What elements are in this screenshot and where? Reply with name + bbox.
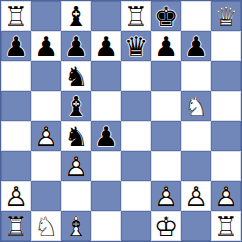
square-d6[interactable] xyxy=(91,61,121,91)
square-d5[interactable] xyxy=(91,91,121,121)
square-d1[interactable] xyxy=(91,211,121,241)
square-g2[interactable]: ♟♙ xyxy=(181,181,211,211)
square-a6[interactable] xyxy=(1,61,31,91)
piece-black-king[interactable]: ♚ xyxy=(151,1,181,31)
square-g5[interactable]: ♞♘ xyxy=(181,91,211,121)
square-a5[interactable] xyxy=(1,91,31,121)
square-c7[interactable]: ♟ xyxy=(61,31,91,61)
piece-black-knight[interactable]: ♞ xyxy=(61,61,91,91)
piece-black-pawn[interactable]: ♟ xyxy=(61,31,91,61)
square-h8[interactable]: ♛♕ xyxy=(211,1,241,31)
square-h2[interactable]: ♟♙ xyxy=(211,181,241,211)
piece-white-pawn[interactable]: ♟♙ xyxy=(181,181,211,211)
square-g4[interactable] xyxy=(181,121,211,151)
square-h7[interactable] xyxy=(211,31,241,61)
piece-white-queen[interactable]: ♛♕ xyxy=(211,1,241,31)
square-h4[interactable] xyxy=(211,121,241,151)
square-f7[interactable]: ♟ xyxy=(151,31,181,61)
square-f2[interactable]: ♟♙ xyxy=(151,181,181,211)
piece-black-pawn[interactable]: ♟ xyxy=(151,31,181,61)
square-h6[interactable] xyxy=(211,61,241,91)
square-c2[interactable] xyxy=(61,181,91,211)
square-d3[interactable] xyxy=(91,151,121,181)
piece-white-knight-outline: ♘ xyxy=(31,211,61,241)
square-f3[interactable] xyxy=(151,151,181,181)
square-d2[interactable] xyxy=(91,181,121,211)
piece-white-pawn[interactable]: ♟♙ xyxy=(31,121,61,151)
square-c6[interactable]: ♞ xyxy=(61,61,91,91)
piece-black-pawn[interactable]: ♟ xyxy=(181,31,211,61)
piece-white-pawn[interactable]: ♟♙ xyxy=(151,181,181,211)
piece-white-knight[interactable]: ♞♘ xyxy=(31,211,61,241)
piece-white-king-outline: ♔ xyxy=(151,211,181,241)
piece-black-pawn[interactable]: ♟ xyxy=(31,31,61,61)
square-e7[interactable]: ♛ xyxy=(121,31,151,61)
piece-black-knight[interactable]: ♞ xyxy=(61,121,91,151)
square-c8[interactable]: ♝ xyxy=(61,1,91,31)
piece-white-pawn-outline: ♙ xyxy=(181,181,211,211)
piece-white-pawn[interactable]: ♟♙ xyxy=(61,151,91,181)
piece-white-rook-outline: ♖ xyxy=(121,1,151,31)
piece-black-bishop[interactable]: ♝ xyxy=(61,1,91,31)
piece-white-rook[interactable]: ♜♖ xyxy=(211,211,241,241)
piece-white-knight-outline: ♘ xyxy=(181,91,211,121)
piece-black-bishop[interactable]: ♝ xyxy=(61,91,91,121)
piece-white-rook-outline: ♖ xyxy=(1,1,31,31)
piece-black-pawn[interactable]: ♟ xyxy=(1,31,31,61)
square-f5[interactable] xyxy=(151,91,181,121)
piece-black-pawn[interactable]: ♟ xyxy=(91,31,121,61)
square-a3[interactable] xyxy=(1,151,31,181)
square-b8[interactable] xyxy=(31,1,61,31)
square-c4[interactable]: ♞ xyxy=(61,121,91,151)
piece-white-rook-outline: ♖ xyxy=(1,211,31,241)
square-g6[interactable] xyxy=(181,61,211,91)
square-e1[interactable] xyxy=(121,211,151,241)
square-d8[interactable] xyxy=(91,1,121,31)
square-b7[interactable]: ♟ xyxy=(31,31,61,61)
square-a4[interactable] xyxy=(1,121,31,151)
square-b5[interactable] xyxy=(31,91,61,121)
square-f8[interactable]: ♚ xyxy=(151,1,181,31)
square-b2[interactable] xyxy=(31,181,61,211)
square-b4[interactable]: ♟♙ xyxy=(31,121,61,151)
square-d7[interactable]: ♟ xyxy=(91,31,121,61)
piece-black-queen[interactable]: ♛ xyxy=(121,31,151,61)
square-e6[interactable] xyxy=(121,61,151,91)
square-h3[interactable] xyxy=(211,151,241,181)
piece-white-pawn[interactable]: ♟♙ xyxy=(1,181,31,211)
chess-board: ♜♖♝♜♖♚♛♕♟♟♟♟♛♟♟♞♝♞♘♟♙♞♟♟♙♟♙♟♙♟♙♟♙♜♖♞♘♝♗♚… xyxy=(0,0,242,242)
square-f6[interactable] xyxy=(151,61,181,91)
square-g8[interactable] xyxy=(181,1,211,31)
square-e8[interactable]: ♜♖ xyxy=(121,1,151,31)
piece-white-rook[interactable]: ♜♖ xyxy=(121,1,151,31)
square-g7[interactable]: ♟ xyxy=(181,31,211,61)
square-c1[interactable]: ♝♗ xyxy=(61,211,91,241)
piece-white-knight[interactable]: ♞♘ xyxy=(181,91,211,121)
piece-white-pawn[interactable]: ♟♙ xyxy=(211,181,241,211)
piece-white-pawn-outline: ♙ xyxy=(1,181,31,211)
square-b1[interactable]: ♞♘ xyxy=(31,211,61,241)
piece-white-bishop[interactable]: ♝♗ xyxy=(61,211,91,241)
square-f4[interactable] xyxy=(151,121,181,151)
square-c3[interactable]: ♟♙ xyxy=(61,151,91,181)
square-g3[interactable] xyxy=(181,151,211,181)
square-h5[interactable] xyxy=(211,91,241,121)
piece-white-pawn-outline: ♙ xyxy=(61,151,91,181)
piece-white-pawn-outline: ♙ xyxy=(31,121,61,151)
square-a2[interactable]: ♟♙ xyxy=(1,181,31,211)
piece-white-pawn-outline: ♙ xyxy=(211,181,241,211)
piece-white-king[interactable]: ♚♔ xyxy=(151,211,181,241)
piece-white-pawn-outline: ♙ xyxy=(151,181,181,211)
square-a1[interactable]: ♜♖ xyxy=(1,211,31,241)
square-b6[interactable] xyxy=(31,61,61,91)
square-c5[interactable]: ♝ xyxy=(61,91,91,121)
square-e2[interactable] xyxy=(121,181,151,211)
square-e4[interactable] xyxy=(121,121,151,151)
piece-white-rook[interactable]: ♜♖ xyxy=(1,1,31,31)
piece-white-queen-outline: ♕ xyxy=(211,1,241,31)
square-f1[interactable]: ♚♔ xyxy=(151,211,181,241)
square-g1[interactable] xyxy=(181,211,211,241)
piece-white-bishop-outline: ♗ xyxy=(61,211,91,241)
square-d4[interactable]: ♟ xyxy=(91,121,121,151)
square-b3[interactable] xyxy=(31,151,61,181)
square-e5[interactable] xyxy=(121,91,151,121)
square-a7[interactable]: ♟ xyxy=(1,31,31,61)
piece-black-pawn[interactable]: ♟ xyxy=(91,121,121,151)
square-h1[interactable]: ♜♖ xyxy=(211,211,241,241)
piece-white-rook-outline: ♖ xyxy=(211,211,241,241)
square-e3[interactable] xyxy=(121,151,151,181)
piece-white-rook[interactable]: ♜♖ xyxy=(1,211,31,241)
square-a8[interactable]: ♜♖ xyxy=(1,1,31,31)
